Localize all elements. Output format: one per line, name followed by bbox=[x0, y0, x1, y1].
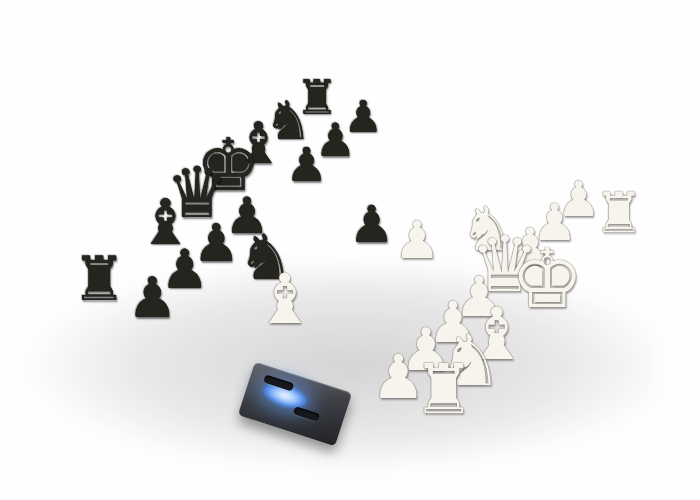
scene: DGT ♜♝♛♚♝♞♜♟♟♟♟♟♟♟♞♝♟♟♞♟♟♟♟♛♟♟♟♜♞♝♚♜ bbox=[0, 0, 700, 500]
pieces-layer: ♜♝♛♚♝♞♜♟♟♟♟♟♟♟♞♝♟♟♞♟♟♟♟♛♟♟♟♜♞♝♚♜ bbox=[0, 0, 700, 500]
piece-wB-b5: ♝ bbox=[254, 265, 316, 334]
piece-wR-a1: ♜ bbox=[413, 355, 475, 424]
piece-bR-a8: ♜ bbox=[72, 248, 127, 309]
connector-slot-icon bbox=[293, 406, 320, 422]
piece-bP-f7: ♟ bbox=[286, 142, 328, 189]
piece-bP-a7: ♟ bbox=[127, 270, 177, 326]
piece-wP-e4: ♟ bbox=[394, 215, 441, 267]
piece-wR-h1: ♜ bbox=[594, 185, 644, 241]
piece-bP-e5: ♟ bbox=[349, 199, 395, 250]
